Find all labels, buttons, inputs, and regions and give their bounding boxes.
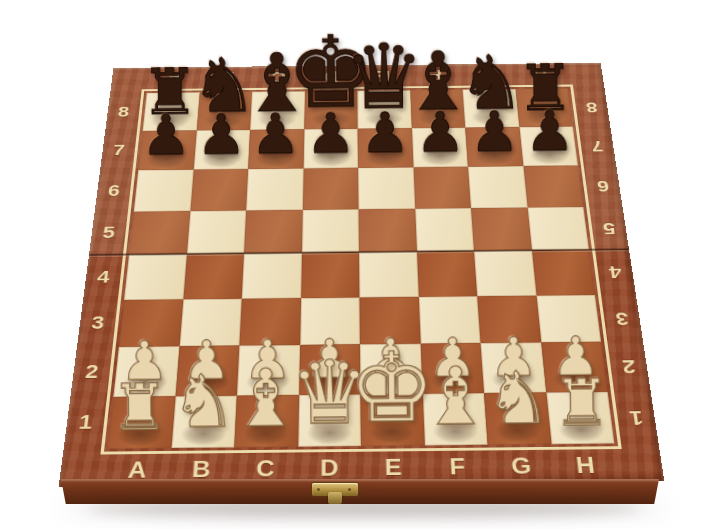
file-label-e: E [357, 65, 410, 87]
square-d8: ♚ [304, 91, 358, 129]
file-label-h: H [513, 63, 568, 85]
file-label-g: G [488, 450, 555, 483]
square-e6 [358, 167, 415, 209]
square-a3 [119, 299, 183, 347]
square-a1: ♜ [108, 396, 176, 449]
rank-label-8: 8 [105, 93, 141, 131]
square-h6 [523, 165, 583, 207]
square-h5 [527, 207, 589, 251]
rank-label-3: 3 [601, 294, 643, 342]
square-g3 [477, 295, 541, 343]
file-labels-top: ABCDEFGH [147, 63, 567, 89]
square-h4 [531, 250, 594, 296]
square-d4 [301, 252, 360, 298]
square-c3 [239, 298, 300, 346]
square-g1: ♞ [484, 392, 551, 445]
square-g5 [471, 207, 532, 251]
square-b7: ♟ [193, 130, 250, 170]
square-g4 [474, 250, 536, 296]
square-b8: ♞ [196, 92, 252, 130]
square-e3 [359, 296, 420, 344]
square-e1: ♚ [360, 393, 424, 446]
squares-grid: ♜♞♝♚♛♝♞♜♟♟♟♟♟♟♟♟♟♟♟♟♟♟♟♟♜♞♝♛♚♝♞♜ [108, 89, 615, 449]
square-b4 [183, 253, 244, 299]
playing-area: ♜♞♝♚♛♝♞♜♟♟♟♟♟♟♟♟♟♟♟♟♟♟♟♟♜♞♝♛♚♝♞♜ [100, 85, 621, 455]
square-h3 [536, 295, 601, 343]
rank-label-1: 1 [64, 397, 107, 450]
file-label-f: F [425, 450, 491, 483]
square-f8: ♝ [410, 90, 465, 128]
square-f7: ♟ [411, 127, 468, 167]
square-d7: ♟ [303, 128, 358, 168]
square-c5 [244, 210, 302, 254]
square-f6 [413, 167, 471, 209]
square-f3 [418, 296, 480, 344]
square-g6 [468, 166, 527, 208]
square-c4 [242, 253, 302, 299]
square-a7: ♟ [138, 130, 196, 170]
rank-label-6: 6 [95, 170, 133, 212]
square-b1: ♞ [171, 395, 237, 448]
brass-clasp-icon [312, 483, 358, 496]
square-d6 [302, 168, 358, 210]
rank-label-2: 2 [70, 347, 112, 397]
rank-label-4: 4 [83, 254, 123, 300]
rank-label-8: 8 [573, 88, 610, 126]
square-e4 [359, 251, 418, 297]
rank-label-7: 7 [100, 131, 137, 171]
square-f4 [416, 251, 477, 297]
rank-label-1: 1 [614, 391, 658, 443]
square-b2: ♟ [175, 346, 239, 396]
rank-label-3: 3 [77, 300, 118, 348]
square-e2: ♟ [360, 344, 422, 394]
square-a6 [134, 170, 193, 212]
square-c7: ♟ [248, 129, 304, 169]
square-a4 [124, 254, 186, 300]
rank-label-7: 7 [578, 126, 616, 166]
square-h8: ♜ [515, 89, 573, 127]
square-d3 [300, 297, 360, 345]
square-b6 [190, 169, 248, 211]
square-f5 [415, 208, 474, 252]
square-a2: ♟ [113, 346, 179, 396]
square-c1: ♝ [234, 395, 298, 448]
square-d1: ♛ [298, 394, 361, 447]
square-d5 [302, 209, 359, 253]
rank-label-5: 5 [589, 206, 629, 249]
square-c8: ♝ [250, 91, 305, 129]
file-label-h: H [552, 449, 620, 482]
file-label-g: G [461, 64, 515, 86]
square-h1: ♜ [546, 391, 615, 444]
file-label-c: C [252, 66, 305, 88]
rank-label-2: 2 [607, 341, 650, 391]
square-a8: ♜ [143, 92, 200, 130]
square-c6 [246, 168, 303, 210]
square-e5 [359, 208, 417, 252]
square-g2: ♟ [481, 342, 546, 392]
file-label-d: D [305, 65, 358, 87]
square-e7: ♟ [358, 128, 413, 168]
square-a5 [129, 211, 190, 255]
floor-shadow [86, 500, 642, 516]
rank-label-4: 4 [595, 249, 636, 294]
file-label-b: B [200, 67, 254, 89]
square-b5 [187, 210, 247, 254]
square-g7: ♟ [465, 127, 523, 167]
square-h7: ♟ [519, 126, 578, 166]
square-c2: ♟ [237, 345, 300, 395]
square-f2: ♟ [420, 343, 484, 393]
rank-label-5: 5 [89, 211, 128, 254]
file-label-a: A [147, 67, 201, 89]
square-h2: ♟ [541, 342, 608, 392]
square-g8: ♞ [463, 89, 519, 127]
square-e8: ♛ [357, 90, 411, 128]
board-scene: ABCDEFGH ABCDEFGH 87654321 87654321 ♜♞♝♚… [86, 0, 632, 525]
square-b3 [179, 298, 242, 346]
file-label-f: F [409, 64, 462, 86]
rank-label-6: 6 [584, 165, 623, 206]
square-f1: ♝ [422, 393, 487, 446]
chess-set-photo: ABCDEFGH ABCDEFGH 87654321 87654321 ♜♞♝♚… [0, 0, 718, 529]
square-d2: ♟ [299, 344, 361, 394]
chess-board: ABCDEFGH ABCDEFGH 87654321 87654321 ♜♞♝♚… [59, 63, 665, 487]
